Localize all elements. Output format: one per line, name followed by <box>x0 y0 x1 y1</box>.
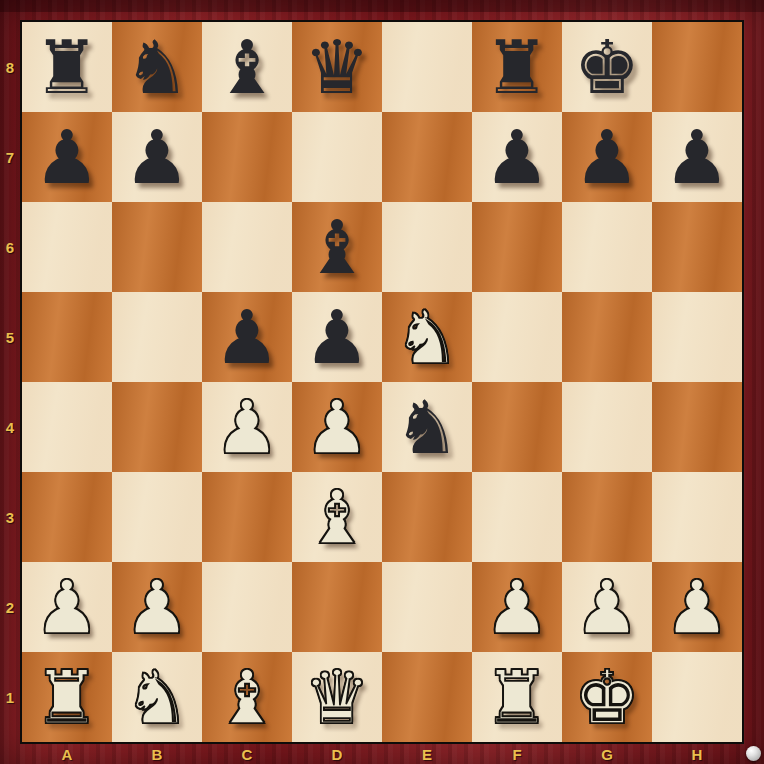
square-a5[interactable] <box>22 292 112 382</box>
piece-black-pawn[interactable]: ♟ <box>574 112 640 202</box>
square-g5[interactable] <box>562 292 652 382</box>
file-label-b: B <box>112 744 202 764</box>
square-c2[interactable] <box>202 562 292 652</box>
piece-black-pawn[interactable]: ♟ <box>34 112 100 202</box>
piece-black-rook[interactable]: ♜ <box>34 22 100 112</box>
piece-black-pawn[interactable]: ♟ <box>664 112 730 202</box>
square-b5[interactable] <box>112 292 202 382</box>
square-h4[interactable] <box>652 382 742 472</box>
rank-label-7: 7 <box>0 112 20 202</box>
square-e7[interactable] <box>382 112 472 202</box>
square-c5[interactable]: ♟ <box>202 292 292 382</box>
square-b6[interactable] <box>112 202 202 292</box>
rank-label-4: 4 <box>0 382 20 472</box>
square-f1[interactable]: ♜ <box>472 652 562 742</box>
square-a1[interactable]: ♜ <box>22 652 112 742</box>
square-f7[interactable]: ♟ <box>472 112 562 202</box>
square-g3[interactable] <box>562 472 652 562</box>
square-f8[interactable]: ♜ <box>472 22 562 112</box>
piece-white-pawn[interactable]: ♟ <box>304 382 370 472</box>
rank-label-1: 1 <box>0 652 20 742</box>
square-c4[interactable]: ♟ <box>202 382 292 472</box>
piece-black-bishop[interactable]: ♝ <box>214 22 280 112</box>
file-labels: ABCDEFGH <box>22 744 742 764</box>
piece-white-pawn[interactable]: ♟ <box>214 382 280 472</box>
square-e4[interactable]: ♞ <box>382 382 472 472</box>
square-h3[interactable] <box>652 472 742 562</box>
square-b7[interactable]: ♟ <box>112 112 202 202</box>
rank-label-8: 8 <box>0 22 20 112</box>
square-e5[interactable]: ♞ <box>382 292 472 382</box>
square-a7[interactable]: ♟ <box>22 112 112 202</box>
square-g8[interactable]: ♚ <box>562 22 652 112</box>
piece-white-rook[interactable]: ♜ <box>484 652 550 742</box>
square-c3[interactable] <box>202 472 292 562</box>
piece-black-bishop[interactable]: ♝ <box>304 202 370 292</box>
square-b1[interactable]: ♞ <box>112 652 202 742</box>
file-label-d: D <box>292 744 382 764</box>
square-f4[interactable] <box>472 382 562 472</box>
file-label-e: E <box>382 744 472 764</box>
square-h6[interactable] <box>652 202 742 292</box>
square-e8[interactable] <box>382 22 472 112</box>
square-d8[interactable]: ♛ <box>292 22 382 112</box>
piece-black-knight[interactable]: ♞ <box>394 382 460 472</box>
square-b2[interactable]: ♟ <box>112 562 202 652</box>
square-e2[interactable] <box>382 562 472 652</box>
square-c8[interactable]: ♝ <box>202 22 292 112</box>
piece-white-pawn[interactable]: ♟ <box>484 562 550 652</box>
piece-white-pawn[interactable]: ♟ <box>664 562 730 652</box>
square-c6[interactable] <box>202 202 292 292</box>
square-e1[interactable] <box>382 652 472 742</box>
square-d3[interactable]: ♝ <box>292 472 382 562</box>
square-e3[interactable] <box>382 472 472 562</box>
square-a3[interactable] <box>22 472 112 562</box>
piece-white-pawn[interactable]: ♟ <box>574 562 640 652</box>
piece-black-king[interactable]: ♚ <box>574 22 640 112</box>
square-a2[interactable]: ♟ <box>22 562 112 652</box>
side-to-move-indicator <box>746 746 761 761</box>
piece-black-pawn[interactable]: ♟ <box>484 112 550 202</box>
square-g7[interactable]: ♟ <box>562 112 652 202</box>
square-a6[interactable] <box>22 202 112 292</box>
square-e6[interactable] <box>382 202 472 292</box>
piece-white-king[interactable]: ♚ <box>574 652 640 742</box>
file-label-f: F <box>472 744 562 764</box>
chessboard-frame: 87654321 ♜♞♝♛♜♚♟♟♟♟♟♝♟♟♞♟♟♞♝♟♟♟♟♟♜♞♝♛♜♚ … <box>0 0 764 764</box>
piece-white-knight[interactable]: ♞ <box>124 652 190 742</box>
file-label-h: H <box>652 744 742 764</box>
piece-black-pawn[interactable]: ♟ <box>124 112 190 202</box>
rank-label-6: 6 <box>0 202 20 292</box>
square-h2[interactable]: ♟ <box>652 562 742 652</box>
square-a8[interactable]: ♜ <box>22 22 112 112</box>
square-h7[interactable]: ♟ <box>652 112 742 202</box>
rank-labels: 87654321 <box>0 22 20 742</box>
piece-black-rook[interactable]: ♜ <box>484 22 550 112</box>
piece-black-queen[interactable]: ♛ <box>304 22 370 112</box>
square-h5[interactable] <box>652 292 742 382</box>
square-f6[interactable] <box>472 202 562 292</box>
rank-label-2: 2 <box>0 562 20 652</box>
square-f3[interactable] <box>472 472 562 562</box>
square-h1[interactable] <box>652 652 742 742</box>
square-f2[interactable]: ♟ <box>472 562 562 652</box>
piece-white-queen[interactable]: ♛ <box>304 652 370 742</box>
file-label-c: C <box>202 744 292 764</box>
square-d1[interactable]: ♛ <box>292 652 382 742</box>
file-label-a: A <box>22 744 112 764</box>
file-label-g: G <box>562 744 652 764</box>
rank-label-3: 3 <box>0 472 20 562</box>
piece-white-knight[interactable]: ♞ <box>394 292 460 382</box>
square-g6[interactable] <box>562 202 652 292</box>
square-c1[interactable]: ♝ <box>202 652 292 742</box>
square-f5[interactable] <box>472 292 562 382</box>
square-d2[interactable] <box>292 562 382 652</box>
square-d4[interactable]: ♟ <box>292 382 382 472</box>
piece-white-pawn[interactable]: ♟ <box>34 562 100 652</box>
square-b8[interactable]: ♞ <box>112 22 202 112</box>
square-b3[interactable] <box>112 472 202 562</box>
rank-label-5: 5 <box>0 292 20 382</box>
square-h8[interactable] <box>652 22 742 112</box>
square-d5[interactable]: ♟ <box>292 292 382 382</box>
piece-white-rook[interactable]: ♜ <box>34 652 100 742</box>
piece-white-bishop[interactable]: ♝ <box>304 472 370 562</box>
square-g2[interactable]: ♟ <box>562 562 652 652</box>
piece-white-pawn[interactable]: ♟ <box>124 562 190 652</box>
square-g1[interactable]: ♚ <box>562 652 652 742</box>
piece-black-knight[interactable]: ♞ <box>124 22 190 112</box>
square-g4[interactable] <box>562 382 652 472</box>
chess-board: ♜♞♝♛♜♚♟♟♟♟♟♝♟♟♞♟♟♞♝♟♟♟♟♟♜♞♝♛♜♚ <box>20 20 744 744</box>
square-b4[interactable] <box>112 382 202 472</box>
square-c7[interactable] <box>202 112 292 202</box>
square-a4[interactable] <box>22 382 112 472</box>
square-d6[interactable]: ♝ <box>292 202 382 292</box>
piece-black-pawn[interactable]: ♟ <box>304 292 370 382</box>
piece-white-bishop[interactable]: ♝ <box>214 652 280 742</box>
piece-black-pawn[interactable]: ♟ <box>214 292 280 382</box>
square-d7[interactable] <box>292 112 382 202</box>
